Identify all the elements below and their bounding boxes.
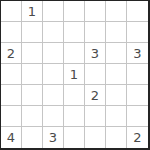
empty-cell-r5c3[interactable] bbox=[43, 85, 64, 106]
empty-cell-r4c5[interactable] bbox=[85, 64, 106, 85]
empty-cell-r1c7[interactable] bbox=[127, 1, 148, 22]
empty-cell-r2c5[interactable] bbox=[85, 22, 106, 43]
empty-cell-r5c2[interactable] bbox=[22, 85, 43, 106]
empty-cell-r6c2[interactable] bbox=[22, 106, 43, 127]
empty-cell-r2c6[interactable] bbox=[106, 22, 127, 43]
empty-cell-r3c4[interactable] bbox=[64, 43, 85, 64]
empty-cell-r1c3[interactable] bbox=[43, 1, 64, 22]
clue-cell-r1c2: 1 bbox=[22, 1, 43, 22]
empty-cell-r4c1[interactable] bbox=[1, 64, 22, 85]
empty-cell-r6c4[interactable] bbox=[64, 106, 85, 127]
empty-cell-r5c1[interactable] bbox=[1, 85, 22, 106]
empty-cell-r4c7[interactable] bbox=[127, 64, 148, 85]
empty-cell-r2c4[interactable] bbox=[64, 22, 85, 43]
empty-cell-r3c6[interactable] bbox=[106, 43, 127, 64]
clue-cell-r3c1: 2 bbox=[1, 43, 22, 64]
empty-cell-r2c3[interactable] bbox=[43, 22, 64, 43]
empty-cell-r1c5[interactable] bbox=[85, 1, 106, 22]
empty-cell-r3c3[interactable] bbox=[43, 43, 64, 64]
clue-cell-r5c5: 2 bbox=[85, 85, 106, 106]
empty-cell-r1c4[interactable] bbox=[64, 1, 85, 22]
clue-cell-r7c3: 3 bbox=[43, 127, 64, 148]
empty-cell-r7c2[interactable] bbox=[22, 127, 43, 148]
clue-cell-r3c5: 3 bbox=[85, 43, 106, 64]
empty-cell-r6c1[interactable] bbox=[1, 106, 22, 127]
empty-cell-r2c1[interactable] bbox=[1, 22, 22, 43]
empty-cell-r5c4[interactable] bbox=[64, 85, 85, 106]
nurikabe-board: 123312432 bbox=[0, 0, 150, 150]
empty-cell-r7c4[interactable] bbox=[64, 127, 85, 148]
empty-cell-r6c6[interactable] bbox=[106, 106, 127, 127]
clue-cell-r7c7: 2 bbox=[127, 127, 148, 148]
empty-cell-r6c7[interactable] bbox=[127, 106, 148, 127]
empty-cell-r7c5[interactable] bbox=[85, 127, 106, 148]
clue-cell-r3c7: 3 bbox=[127, 43, 148, 64]
empty-cell-r3c2[interactable] bbox=[22, 43, 43, 64]
empty-cell-r1c6[interactable] bbox=[106, 1, 127, 22]
empty-cell-r4c2[interactable] bbox=[22, 64, 43, 85]
empty-cell-r5c7[interactable] bbox=[127, 85, 148, 106]
empty-cell-r5c6[interactable] bbox=[106, 85, 127, 106]
empty-cell-r6c3[interactable] bbox=[43, 106, 64, 127]
clue-cell-r7c1: 4 bbox=[1, 127, 22, 148]
clue-cell-r4c4: 1 bbox=[64, 64, 85, 85]
empty-cell-r2c7[interactable] bbox=[127, 22, 148, 43]
empty-cell-r2c2[interactable] bbox=[22, 22, 43, 43]
empty-cell-r4c3[interactable] bbox=[43, 64, 64, 85]
empty-cell-r4c6[interactable] bbox=[106, 64, 127, 85]
empty-cell-r1c1[interactable] bbox=[1, 1, 22, 22]
empty-cell-r7c6[interactable] bbox=[106, 127, 127, 148]
empty-cell-r6c5[interactable] bbox=[85, 106, 106, 127]
